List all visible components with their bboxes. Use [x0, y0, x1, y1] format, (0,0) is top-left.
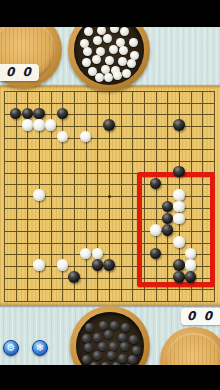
white-stone-in-bowl	[109, 45, 119, 55]
go-board[interactable]	[0, 86, 220, 306]
black-stone-in-bowl	[93, 333, 103, 343]
status-bar	[0, 0, 220, 27]
white-stone	[173, 213, 184, 224]
black-stone-in-bowl	[118, 333, 128, 343]
black-stone-in-bowl	[120, 342, 130, 352]
white-stone	[92, 248, 103, 259]
nav-bar	[0, 365, 220, 390]
white-stone-in-bowl	[82, 58, 92, 68]
black-stone-in-bowl	[85, 323, 95, 333]
black-stone	[173, 119, 184, 130]
white-stone-in-bowl	[122, 69, 132, 79]
black-stone-in-bowl	[82, 334, 92, 344]
white-stone-in-bowl	[83, 47, 93, 57]
black-stone-in-bowl	[99, 321, 109, 331]
white-stone	[22, 119, 33, 130]
black-stone-in-bowl	[104, 330, 114, 340]
white-stone-in-bowl	[92, 55, 102, 65]
white-stone-in-bowl	[127, 59, 137, 69]
white-stone-in-bowl	[103, 34, 113, 44]
white-stone-in-bowl	[113, 71, 123, 81]
black-stone-in-bowl	[121, 323, 131, 333]
black-stone-in-bowl	[118, 354, 128, 364]
black-stone	[162, 224, 173, 235]
black-stone-in-bowl	[84, 343, 94, 353]
white-stone	[57, 259, 68, 270]
black-stone	[68, 271, 79, 282]
black-stone-in-bowl	[132, 346, 142, 356]
black-stone-in-bowl	[98, 342, 108, 352]
black-stone-in-bowl	[128, 355, 138, 365]
black-stone	[103, 259, 114, 270]
white-stone	[173, 236, 184, 247]
star-point	[108, 195, 111, 198]
black-stone	[103, 119, 114, 130]
hint-button[interactable]: ❄	[32, 340, 48, 356]
white-stone-in-bowl	[93, 36, 103, 46]
black-stone	[92, 259, 103, 270]
white-stone-in-bowl	[104, 73, 114, 83]
black-stone	[173, 271, 184, 282]
black-stone-in-bowl	[110, 321, 120, 331]
white-stone-in-bowl	[118, 57, 128, 67]
white-stone	[33, 259, 44, 270]
white-stone-in-bowl	[119, 46, 129, 56]
black-stone-in-bowl	[109, 342, 119, 352]
black-stone	[173, 259, 184, 270]
black-stone	[22, 108, 33, 119]
black-stone	[33, 108, 44, 119]
black-stone-in-bowl	[107, 351, 117, 361]
black-stone	[185, 271, 196, 282]
black-stone	[57, 108, 68, 119]
white-stone	[45, 119, 56, 130]
app-screen: 0 0 0 0 ⚙ ❄	[0, 0, 220, 390]
white-stone	[33, 119, 44, 130]
white-stone	[173, 189, 184, 200]
white-stone-in-bowl	[105, 56, 115, 66]
settings-button[interactable]: ⚙	[3, 340, 19, 356]
capture-counter-black: 0 0	[0, 64, 39, 81]
white-stone	[33, 189, 44, 200]
white-stone-in-bowl	[129, 38, 139, 48]
white-stone-in-bowl	[120, 27, 130, 37]
black-stone-in-bowl	[93, 351, 103, 361]
white-stone-in-bowl	[84, 27, 94, 37]
white-stone-in-bowl	[95, 73, 105, 83]
capture-counter-white: 0 0	[181, 308, 220, 325]
black-stone-in-bowl	[82, 355, 92, 365]
black-stone-in-bowl	[129, 335, 139, 345]
